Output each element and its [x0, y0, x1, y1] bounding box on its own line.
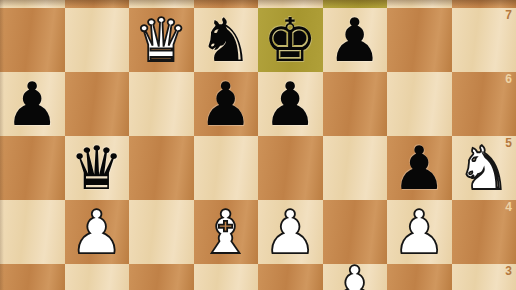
square-b5[interactable]: ♛	[65, 136, 130, 200]
piece-black-pawn-f7[interactable]: ♟	[328, 9, 382, 71]
rank-label-5: 5	[505, 137, 512, 150]
square-e3[interactable]	[258, 264, 323, 290]
square-e4[interactable]: ♟	[258, 200, 323, 264]
piece-black-pawn-g5[interactable]: ♟	[392, 137, 446, 199]
square-f3[interactable]: ♟	[323, 264, 388, 290]
square-g5[interactable]: ♟	[387, 136, 452, 200]
square-h8[interactable]	[452, 0, 516, 8]
square-a5[interactable]	[0, 136, 65, 200]
piece-white-pawn-f3[interactable]: ♟	[323, 257, 388, 290]
square-f7[interactable]: ♟	[323, 8, 388, 72]
square-d6[interactable]: ♟	[194, 72, 259, 136]
square-h7[interactable]: 7	[452, 8, 516, 72]
chess-board: ♛♞♚♟7♟♟♟6♛♟♞5♟♝♟♟4♟3	[0, 0, 516, 290]
square-g3[interactable]	[387, 264, 452, 290]
piece-white-queen-c7[interactable]: ♛	[134, 9, 188, 71]
square-c5[interactable]	[129, 136, 194, 200]
square-a8[interactable]	[0, 0, 65, 8]
square-c6[interactable]	[129, 72, 194, 136]
piece-black-knight-d7[interactable]: ♞	[199, 9, 253, 71]
square-g4[interactable]: ♟	[387, 200, 452, 264]
square-h6[interactable]: 6	[452, 72, 516, 136]
piece-black-king-e7[interactable]: ♚	[263, 9, 317, 71]
rank-label-3: 3	[505, 265, 512, 278]
rank-label-7: 7	[505, 9, 512, 22]
square-g8[interactable]	[387, 0, 452, 8]
square-b8[interactable]	[65, 0, 130, 8]
square-d5[interactable]	[194, 136, 259, 200]
square-h3[interactable]: 3	[452, 264, 516, 290]
piece-white-knight-h5[interactable]: ♞	[457, 137, 511, 199]
square-e7[interactable]: ♚	[258, 8, 323, 72]
square-b7[interactable]	[65, 8, 130, 72]
rank-label-4: 4	[505, 201, 512, 214]
square-b6[interactable]	[65, 72, 130, 136]
square-d7[interactable]: ♞	[194, 8, 259, 72]
piece-black-pawn-d6[interactable]: ♟	[199, 73, 253, 135]
square-f5[interactable]	[323, 136, 388, 200]
piece-white-pawn-g4[interactable]: ♟	[392, 201, 446, 263]
piece-white-pawn-b4[interactable]: ♟	[70, 201, 124, 263]
square-e5[interactable]	[258, 136, 323, 200]
piece-black-queen-b5[interactable]: ♛	[70, 137, 124, 199]
square-a4[interactable]	[0, 200, 65, 264]
piece-white-bishop-d4[interactable]: ♝	[199, 201, 253, 263]
piece-black-pawn-e6[interactable]: ♟	[263, 73, 317, 135]
square-a3[interactable]	[0, 264, 65, 290]
square-h4[interactable]: 4	[452, 200, 516, 264]
square-e6[interactable]: ♟	[258, 72, 323, 136]
square-a7[interactable]	[0, 8, 65, 72]
piece-white-pawn-e4[interactable]: ♟	[263, 201, 317, 263]
square-h5[interactable]: ♞5	[452, 136, 516, 200]
square-c4[interactable]	[129, 200, 194, 264]
square-c7[interactable]: ♛	[129, 8, 194, 72]
square-b4[interactable]: ♟	[65, 200, 130, 264]
square-g6[interactable]	[387, 72, 452, 136]
square-c3[interactable]	[129, 264, 194, 290]
screenshot-stage: ♛♞♚♟7♟♟♟6♛♟♞5♟♝♟♟4♟3	[0, 0, 516, 290]
square-d3[interactable]	[194, 264, 259, 290]
square-f6[interactable]	[323, 72, 388, 136]
square-g7[interactable]	[387, 8, 452, 72]
square-b3[interactable]	[65, 264, 130, 290]
square-a6[interactable]: ♟	[0, 72, 65, 136]
piece-black-pawn-a6[interactable]: ♟	[5, 73, 59, 135]
rank-label-6: 6	[505, 73, 512, 86]
square-d4[interactable]: ♝	[194, 200, 259, 264]
